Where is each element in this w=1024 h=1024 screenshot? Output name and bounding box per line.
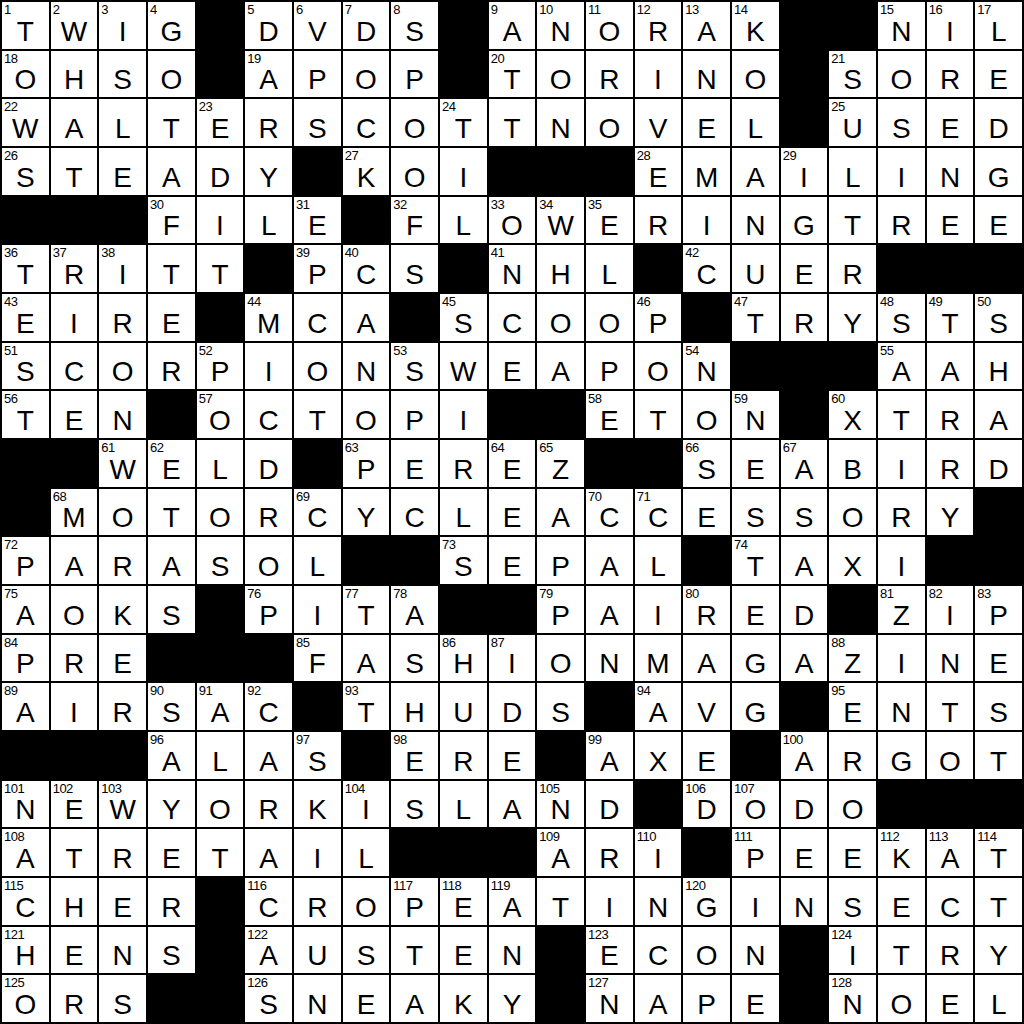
letter-cell-r1c21[interactable]: 17L [975, 2, 1022, 49]
letter-cell-r11c9[interactable]: C [391, 489, 438, 536]
letter-cell-r6c11[interactable]: 41N [489, 245, 536, 292]
letter-cell-r20c19[interactable]: T [878, 927, 925, 974]
letter-cell-r20c4[interactable]: S [148, 927, 195, 974]
letter-cell-r18c7[interactable]: I [294, 829, 341, 876]
letter-cell-r19c13[interactable]: I [586, 878, 633, 925]
letter-cell-r19c2[interactable]: H [51, 878, 98, 925]
letter-cell-r1c7[interactable]: 6V [294, 2, 341, 49]
letter-cell-r16c19[interactable]: G [878, 732, 925, 779]
letter-cell-r13c9[interactable]: 78A [391, 586, 438, 633]
letter-cell-r9c6[interactable]: C [245, 391, 292, 438]
letter-cell-r20c8[interactable]: S [343, 927, 390, 974]
letter-cell-r10c19[interactable]: I [878, 440, 925, 487]
letter-cell-r14c18[interactable]: 88Z [829, 635, 876, 682]
letter-cell-r20c10[interactable]: E [440, 927, 487, 974]
letter-cell-r7c8[interactable]: A [343, 294, 390, 341]
letter-cell-r10c3[interactable]: 61W [99, 440, 146, 487]
letter-cell-r18c14[interactable]: 110I [635, 829, 682, 876]
letter-cell-r11c3[interactable]: O [99, 489, 146, 536]
letter-cell-r14c3[interactable]: E [99, 635, 146, 682]
letter-cell-r4c4[interactable]: A [148, 148, 195, 195]
letter-cell-r6c15[interactable]: 42C [683, 245, 730, 292]
letter-cell-r15c8[interactable]: 93T [343, 683, 390, 730]
letter-cell-r15c15[interactable]: V [683, 683, 730, 730]
letter-cell-r1c16[interactable]: 14K [732, 2, 779, 49]
letter-cell-r4c8[interactable]: 27K [343, 148, 390, 195]
letter-cell-r7c20[interactable]: 49T [927, 294, 974, 341]
letter-cell-r21c14[interactable]: A [635, 975, 682, 1022]
letter-cell-r6c7[interactable]: 39P [294, 245, 341, 292]
letter-cell-r8c21[interactable]: H [975, 343, 1022, 390]
letter-cell-r14c7[interactable]: 85F [294, 635, 341, 682]
letter-cell-r2c21[interactable]: E [975, 51, 1022, 98]
letter-cell-r16c17[interactable]: 100A [781, 732, 828, 779]
letter-cell-r15c3[interactable]: R [99, 683, 146, 730]
letter-cell-r4c2[interactable]: T [51, 148, 98, 195]
letter-cell-r15c11[interactable]: D [489, 683, 536, 730]
letter-cell-r14c9[interactable]: S [391, 635, 438, 682]
letter-cell-r1c13[interactable]: 11O [586, 2, 633, 49]
letter-cell-r19c15[interactable]: 120G [683, 878, 730, 925]
letter-cell-r19c4[interactable]: R [148, 878, 195, 925]
letter-cell-r15c19[interactable]: N [878, 683, 925, 730]
letter-cell-r4c17[interactable]: 29I [781, 148, 828, 195]
letter-cell-r3c16[interactable]: L [732, 99, 779, 146]
letter-cell-r5c21[interactable]: E [975, 197, 1022, 244]
letter-cell-r2c6[interactable]: 19A [245, 51, 292, 98]
letter-cell-r16c10[interactable]: R [440, 732, 487, 779]
letter-cell-r8c20[interactable]: A [927, 343, 974, 390]
letter-cell-r12c7[interactable]: L [294, 537, 341, 584]
letter-cell-r5c9[interactable]: 32F [391, 197, 438, 244]
letter-cell-r17c6[interactable]: R [245, 781, 292, 828]
letter-cell-r14c10[interactable]: 86H [440, 635, 487, 682]
letter-cell-r12c1[interactable]: 72P [2, 537, 49, 584]
letter-cell-r3c11[interactable]: T [489, 99, 536, 146]
letter-cell-r1c15[interactable]: 13A [683, 2, 730, 49]
letter-cell-r8c1[interactable]: 51S [2, 343, 49, 390]
letter-cell-r1c14[interactable]: 12R [635, 2, 682, 49]
letter-cell-r2c3[interactable]: S [99, 51, 146, 98]
letter-cell-r20c6[interactable]: 122A [245, 927, 292, 974]
letter-cell-r14c1[interactable]: 84P [2, 635, 49, 682]
letter-cell-r3c14[interactable]: V [635, 99, 682, 146]
letter-cell-r17c3[interactable]: 103W [99, 781, 146, 828]
letter-cell-r16c21[interactable]: T [975, 732, 1022, 779]
letter-cell-r13c21[interactable]: 83P [975, 586, 1022, 633]
letter-cell-r7c10[interactable]: 45S [440, 294, 487, 341]
letter-cell-r4c18[interactable]: L [829, 148, 876, 195]
letter-cell-r17c16[interactable]: 107O [732, 781, 779, 828]
letter-cell-r9c5[interactable]: 57O [197, 391, 244, 438]
letter-cell-r11c15[interactable]: E [683, 489, 730, 536]
letter-cell-r19c3[interactable]: E [99, 878, 146, 925]
letter-cell-r18c2[interactable]: T [51, 829, 98, 876]
letter-cell-r5c4[interactable]: 30F [148, 197, 195, 244]
letter-cell-r3c12[interactable]: N [537, 99, 584, 146]
letter-cell-r13c19[interactable]: 81Z [878, 586, 925, 633]
letter-cell-r18c18[interactable]: E [829, 829, 876, 876]
letter-cell-r7c11[interactable]: C [489, 294, 536, 341]
letter-cell-r3c20[interactable]: E [927, 99, 974, 146]
letter-cell-r3c13[interactable]: O [586, 99, 633, 146]
letter-cell-r12c3[interactable]: R [99, 537, 146, 584]
letter-cell-r7c4[interactable]: E [148, 294, 195, 341]
letter-cell-r14c11[interactable]: 87I [489, 635, 536, 682]
letter-cell-r20c21[interactable]: Y [975, 927, 1022, 974]
letter-cell-r9c13[interactable]: 58E [586, 391, 633, 438]
letter-cell-r12c6[interactable]: O [245, 537, 292, 584]
letter-cell-r5c14[interactable]: R [635, 197, 682, 244]
letter-cell-r10c6[interactable]: D [245, 440, 292, 487]
letter-cell-r17c17[interactable]: D [781, 781, 828, 828]
letter-cell-r21c21[interactable]: L [975, 975, 1022, 1022]
letter-cell-r13c13[interactable]: A [586, 586, 633, 633]
letter-cell-r19c14[interactable]: N [635, 878, 682, 925]
letter-cell-r9c15[interactable]: O [683, 391, 730, 438]
letter-cell-r14c16[interactable]: G [732, 635, 779, 682]
letter-cell-r15c16[interactable]: G [732, 683, 779, 730]
letter-cell-r9c19[interactable]: T [878, 391, 925, 438]
letter-cell-r17c11[interactable]: A [489, 781, 536, 828]
letter-cell-r8c7[interactable]: O [294, 343, 341, 390]
letter-cell-r21c20[interactable]: E [927, 975, 974, 1022]
letter-cell-r14c2[interactable]: R [51, 635, 98, 682]
letter-cell-r10c11[interactable]: 64E [489, 440, 536, 487]
letter-cell-r12c14[interactable]: L [635, 537, 682, 584]
letter-cell-r7c7[interactable]: C [294, 294, 341, 341]
letter-cell-r3c15[interactable]: E [683, 99, 730, 146]
letter-cell-r21c6[interactable]: 126S [245, 975, 292, 1022]
letter-cell-r8c6[interactable]: I [245, 343, 292, 390]
letter-cell-r3c10[interactable]: 24T [440, 99, 487, 146]
letter-cell-r10c15[interactable]: 66S [683, 440, 730, 487]
letter-cell-r11c11[interactable]: E [489, 489, 536, 536]
letter-cell-r9c16[interactable]: 59N [732, 391, 779, 438]
letter-cell-r10c5[interactable]: L [197, 440, 244, 487]
letter-cell-r21c19[interactable]: O [878, 975, 925, 1022]
letter-cell-r19c8[interactable]: O [343, 878, 390, 925]
letter-cell-r16c11[interactable]: E [489, 732, 536, 779]
letter-cell-r1c2[interactable]: 2W [51, 2, 98, 49]
letter-cell-r5c15[interactable]: I [683, 197, 730, 244]
letter-cell-r11c13[interactable]: 70C [586, 489, 633, 536]
letter-cell-r8c13[interactable]: P [586, 343, 633, 390]
letter-cell-r13c4[interactable]: S [148, 586, 195, 633]
letter-cell-r10c4[interactable]: 62E [148, 440, 195, 487]
letter-cell-r17c5[interactable]: O [197, 781, 244, 828]
letter-cell-r10c12[interactable]: 65Z [537, 440, 584, 487]
letter-cell-r15c14[interactable]: 94A [635, 683, 682, 730]
letter-cell-r15c6[interactable]: 92C [245, 683, 292, 730]
letter-cell-r2c4[interactable]: O [148, 51, 195, 98]
letter-cell-r3c6[interactable]: R [245, 99, 292, 146]
letter-cell-r15c2[interactable]: I [51, 683, 98, 730]
letter-cell-r17c15[interactable]: 106D [683, 781, 730, 828]
letter-cell-r5c12[interactable]: 34W [537, 197, 584, 244]
letter-cell-r11c10[interactable]: L [440, 489, 487, 536]
letter-cell-r7c16[interactable]: 47T [732, 294, 779, 341]
letter-cell-r5c13[interactable]: 35E [586, 197, 633, 244]
letter-cell-r21c13[interactable]: 127N [586, 975, 633, 1022]
letter-cell-r14c17[interactable]: A [781, 635, 828, 682]
letter-cell-r16c13[interactable]: 99A [586, 732, 633, 779]
letter-cell-r12c16[interactable]: 74T [732, 537, 779, 584]
letter-cell-r13c16[interactable]: E [732, 586, 779, 633]
letter-cell-r19c19[interactable]: E [878, 878, 925, 925]
letter-cell-r8c5[interactable]: 52P [197, 343, 244, 390]
letter-cell-r13c3[interactable]: K [99, 586, 146, 633]
letter-cell-r8c8[interactable]: N [343, 343, 390, 390]
letter-cell-r8c14[interactable]: O [635, 343, 682, 390]
letter-cell-r7c3[interactable]: R [99, 294, 146, 341]
letter-cell-r16c20[interactable]: O [927, 732, 974, 779]
letter-cell-r19c9[interactable]: 117P [391, 878, 438, 925]
letter-cell-r19c21[interactable]: T [975, 878, 1022, 925]
letter-cell-r3c5[interactable]: 23E [197, 99, 244, 146]
letter-cell-r21c18[interactable]: 128N [829, 975, 876, 1022]
letter-cell-r17c12[interactable]: 105N [537, 781, 584, 828]
letter-cell-r7c21[interactable]: 50S [975, 294, 1022, 341]
letter-cell-r21c15[interactable]: P [683, 975, 730, 1022]
letter-cell-r2c14[interactable]: I [635, 51, 682, 98]
letter-cell-r13c8[interactable]: 77T [343, 586, 390, 633]
letter-cell-r2c20[interactable]: R [927, 51, 974, 98]
letter-cell-r12c17[interactable]: A [781, 537, 828, 584]
letter-cell-r10c8[interactable]: 63P [343, 440, 390, 487]
letter-cell-r8c10[interactable]: W [440, 343, 487, 390]
letter-cell-r5c5[interactable]: I [197, 197, 244, 244]
letter-cell-r15c21[interactable]: S [975, 683, 1022, 730]
letter-cell-r20c13[interactable]: 123E [586, 927, 633, 974]
letter-cell-r20c7[interactable]: U [294, 927, 341, 974]
letter-cell-r11c16[interactable]: S [732, 489, 779, 536]
letter-cell-r4c9[interactable]: O [391, 148, 438, 195]
letter-cell-r1c11[interactable]: 9A [489, 2, 536, 49]
letter-cell-r18c4[interactable]: E [148, 829, 195, 876]
letter-cell-r12c4[interactable]: A [148, 537, 195, 584]
letter-cell-r12c13[interactable]: A [586, 537, 633, 584]
letter-cell-r13c1[interactable]: 75A [2, 586, 49, 633]
letter-cell-r20c18[interactable]: 124I [829, 927, 876, 974]
letter-cell-r15c5[interactable]: 91A [197, 683, 244, 730]
letter-cell-r3c3[interactable]: L [99, 99, 146, 146]
letter-cell-r13c17[interactable]: D [781, 586, 828, 633]
letter-cell-r4c3[interactable]: E [99, 148, 146, 195]
letter-cell-r3c1[interactable]: 22W [2, 99, 49, 146]
letter-cell-r11c20[interactable]: Y [927, 489, 974, 536]
letter-cell-r11c19[interactable]: R [878, 489, 925, 536]
letter-cell-r5c19[interactable]: R [878, 197, 925, 244]
letter-cell-r15c1[interactable]: 89A [2, 683, 49, 730]
letter-cell-r12c12[interactable]: P [537, 537, 584, 584]
letter-cell-r8c2[interactable]: C [51, 343, 98, 390]
letter-cell-r16c15[interactable]: E [683, 732, 730, 779]
letter-cell-r21c16[interactable]: E [732, 975, 779, 1022]
letter-cell-r11c5[interactable]: O [197, 489, 244, 536]
letter-cell-r11c14[interactable]: 71C [635, 489, 682, 536]
letter-cell-r11c4[interactable]: T [148, 489, 195, 536]
letter-cell-r4c19[interactable]: I [878, 148, 925, 195]
letter-cell-r9c3[interactable]: N [99, 391, 146, 438]
letter-cell-r17c7[interactable]: K [294, 781, 341, 828]
letter-cell-r5c17[interactable]: G [781, 197, 828, 244]
letter-cell-r18c17[interactable]: E [781, 829, 828, 876]
letter-cell-r4c15[interactable]: M [683, 148, 730, 195]
letter-cell-r15c20[interactable]: T [927, 683, 974, 730]
letter-cell-r2c1[interactable]: 18O [2, 51, 49, 98]
letter-cell-r19c16[interactable]: I [732, 878, 779, 925]
letter-cell-r7c13[interactable]: O [586, 294, 633, 341]
letter-cell-r20c20[interactable]: R [927, 927, 974, 974]
letter-cell-r14c19[interactable]: I [878, 635, 925, 682]
letter-cell-r3c2[interactable]: A [51, 99, 98, 146]
letter-cell-r17c2[interactable]: 102E [51, 781, 98, 828]
letter-cell-r4c1[interactable]: 26S [2, 148, 49, 195]
letter-cell-r11c8[interactable]: Y [343, 489, 390, 536]
letter-cell-r4c5[interactable]: D [197, 148, 244, 195]
letter-cell-r3c4[interactable]: T [148, 99, 195, 146]
letter-cell-r19c11[interactable]: 119A [489, 878, 536, 925]
letter-cell-r2c15[interactable]: N [683, 51, 730, 98]
letter-cell-r6c12[interactable]: H [537, 245, 584, 292]
letter-cell-r6c17[interactable]: E [781, 245, 828, 292]
letter-cell-r7c17[interactable]: R [781, 294, 828, 341]
letter-cell-r14c12[interactable]: O [537, 635, 584, 682]
letter-cell-r4c20[interactable]: N [927, 148, 974, 195]
letter-cell-r3c21[interactable]: D [975, 99, 1022, 146]
letter-cell-r9c1[interactable]: 56T [2, 391, 49, 438]
letter-cell-r12c2[interactable]: A [51, 537, 98, 584]
letter-cell-r9c21[interactable]: A [975, 391, 1022, 438]
letter-cell-r11c18[interactable]: O [829, 489, 876, 536]
letter-cell-r4c10[interactable]: I [440, 148, 487, 195]
letter-cell-r20c1[interactable]: 121H [2, 927, 49, 974]
letter-cell-r17c8[interactable]: 104I [343, 781, 390, 828]
letter-cell-r13c2[interactable]: O [51, 586, 98, 633]
letter-cell-r1c3[interactable]: 3I [99, 2, 146, 49]
letter-cell-r5c7[interactable]: 31E [294, 197, 341, 244]
letter-cell-r8c12[interactable]: A [537, 343, 584, 390]
letter-cell-r21c1[interactable]: 125O [2, 975, 49, 1022]
letter-cell-r21c9[interactable]: A [391, 975, 438, 1022]
letter-cell-r9c9[interactable]: P [391, 391, 438, 438]
letter-cell-r9c20[interactable]: R [927, 391, 974, 438]
letter-cell-r6c1[interactable]: 36T [2, 245, 49, 292]
letter-cell-r1c12[interactable]: 10N [537, 2, 584, 49]
letter-cell-r5c11[interactable]: 33O [489, 197, 536, 244]
letter-cell-r9c2[interactable]: E [51, 391, 98, 438]
letter-cell-r19c20[interactable]: C [927, 878, 974, 925]
letter-cell-r7c1[interactable]: 43E [2, 294, 49, 341]
letter-cell-r3c8[interactable]: C [343, 99, 390, 146]
letter-cell-r17c10[interactable]: L [440, 781, 487, 828]
letter-cell-r8c3[interactable]: O [99, 343, 146, 390]
letter-cell-r21c10[interactable]: K [440, 975, 487, 1022]
letter-cell-r6c8[interactable]: 40C [343, 245, 390, 292]
letter-cell-r18c8[interactable]: L [343, 829, 390, 876]
letter-cell-r14c13[interactable]: N [586, 635, 633, 682]
letter-cell-r12c11[interactable]: E [489, 537, 536, 584]
letter-cell-r8c11[interactable]: E [489, 343, 536, 390]
letter-cell-r15c9[interactable]: H [391, 683, 438, 730]
letter-cell-r3c19[interactable]: S [878, 99, 925, 146]
letter-cell-r1c19[interactable]: 15N [878, 2, 925, 49]
letter-cell-r3c7[interactable]: S [294, 99, 341, 146]
letter-cell-r12c19[interactable]: I [878, 537, 925, 584]
letter-cell-r5c18[interactable]: T [829, 197, 876, 244]
letter-cell-r13c12[interactable]: 79P [537, 586, 584, 633]
letter-cell-r10c10[interactable]: R [440, 440, 487, 487]
letter-cell-r9c8[interactable]: O [343, 391, 390, 438]
letter-cell-r2c12[interactable]: O [537, 51, 584, 98]
letter-cell-r19c10[interactable]: 118E [440, 878, 487, 925]
letter-cell-r2c18[interactable]: 21S [829, 51, 876, 98]
letter-cell-r17c18[interactable]: O [829, 781, 876, 828]
letter-cell-r21c3[interactable]: S [99, 975, 146, 1022]
letter-cell-r21c2[interactable]: R [51, 975, 98, 1022]
letter-cell-r18c3[interactable]: R [99, 829, 146, 876]
letter-cell-r9c10[interactable]: I [440, 391, 487, 438]
letter-cell-r2c9[interactable]: P [391, 51, 438, 98]
letter-cell-r18c5[interactable]: T [197, 829, 244, 876]
letter-cell-r13c7[interactable]: I [294, 586, 341, 633]
letter-cell-r14c21[interactable]: E [975, 635, 1022, 682]
letter-cell-r7c14[interactable]: 46P [635, 294, 682, 341]
letter-cell-r20c11[interactable]: N [489, 927, 536, 974]
letter-cell-r20c2[interactable]: E [51, 927, 98, 974]
letter-cell-r16c5[interactable]: L [197, 732, 244, 779]
letter-cell-r16c18[interactable]: R [829, 732, 876, 779]
letter-cell-r16c14[interactable]: X [635, 732, 682, 779]
letter-cell-r13c14[interactable]: I [635, 586, 682, 633]
letter-cell-r13c6[interactable]: 76P [245, 586, 292, 633]
letter-cell-r1c9[interactable]: 8S [391, 2, 438, 49]
letter-cell-r2c2[interactable]: H [51, 51, 98, 98]
letter-cell-r18c1[interactable]: 108A [2, 829, 49, 876]
letter-cell-r14c15[interactable]: A [683, 635, 730, 682]
letter-cell-r6c18[interactable]: R [829, 245, 876, 292]
letter-cell-r10c17[interactable]: 67A [781, 440, 828, 487]
letter-cell-r5c6[interactable]: L [245, 197, 292, 244]
letter-cell-r19c18[interactable]: S [829, 878, 876, 925]
letter-cell-r4c21[interactable]: G [975, 148, 1022, 195]
letter-cell-r16c9[interactable]: 98E [391, 732, 438, 779]
letter-cell-r11c7[interactable]: 69C [294, 489, 341, 536]
letter-cell-r15c10[interactable]: U [440, 683, 487, 730]
letter-cell-r20c16[interactable]: N [732, 927, 779, 974]
letter-cell-r5c10[interactable]: L [440, 197, 487, 244]
letter-cell-r11c12[interactable]: A [537, 489, 584, 536]
letter-cell-r10c9[interactable]: E [391, 440, 438, 487]
letter-cell-r9c7[interactable]: T [294, 391, 341, 438]
letter-cell-r5c20[interactable]: E [927, 197, 974, 244]
letter-cell-r19c1[interactable]: 115C [2, 878, 49, 925]
letter-cell-r12c18[interactable]: X [829, 537, 876, 584]
letter-cell-r18c16[interactable]: 111P [732, 829, 779, 876]
letter-cell-r6c9[interactable]: S [391, 245, 438, 292]
letter-cell-r21c7[interactable]: N [294, 975, 341, 1022]
letter-cell-r13c20[interactable]: 82I [927, 586, 974, 633]
letter-cell-r2c16[interactable]: O [732, 51, 779, 98]
letter-cell-r20c15[interactable]: O [683, 927, 730, 974]
letter-cell-r2c13[interactable]: R [586, 51, 633, 98]
letter-cell-r19c6[interactable]: 116C [245, 878, 292, 925]
letter-cell-r7c2[interactable]: I [51, 294, 98, 341]
letter-cell-r2c8[interactable]: O [343, 51, 390, 98]
letter-cell-r14c14[interactable]: M [635, 635, 682, 682]
letter-cell-r11c17[interactable]: S [781, 489, 828, 536]
